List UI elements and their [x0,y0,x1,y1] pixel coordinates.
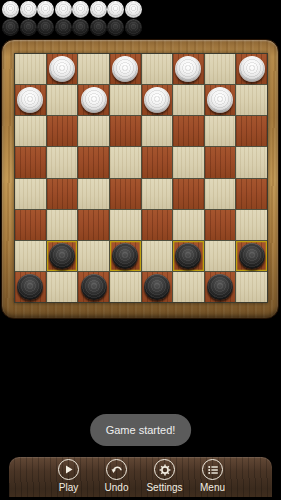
white-piece[interactable] [17,87,43,113]
square-e3[interactable] [142,210,173,240]
square-c4[interactable] [78,179,109,209]
square-a3[interactable] [15,210,46,240]
square-b4[interactable] [47,179,78,209]
menu-icon [202,459,223,480]
white-piece[interactable] [144,87,170,113]
tray-black-piece [90,19,107,36]
square-b5[interactable] [47,147,78,177]
settings-button-label: Settings [146,482,182,493]
square-b2[interactable] [47,241,78,271]
square-c3[interactable] [78,210,109,240]
square-c1[interactable] [78,272,109,302]
white-pieces-tray [2,1,142,18]
square-f3[interactable] [173,210,204,240]
square-e7[interactable] [142,85,173,115]
square-b1[interactable] [47,272,78,302]
square-a5[interactable] [15,147,46,177]
tray-black-piece [72,19,89,36]
square-c6[interactable] [78,116,109,146]
square-h3[interactable] [236,210,267,240]
square-c2[interactable] [78,241,109,271]
play-button-label: Play [59,482,78,493]
undo-icon [106,459,127,480]
app-screen: Game started! Play Undo [0,0,281,500]
square-a2[interactable] [15,241,46,271]
black-piece[interactable] [49,243,75,269]
square-c5[interactable] [78,147,109,177]
square-h4[interactable] [236,179,267,209]
white-piece[interactable] [112,56,138,82]
black-pieces-tray [2,19,142,36]
square-h2[interactable] [236,241,267,271]
black-piece[interactable] [81,274,107,300]
white-piece[interactable] [49,56,75,82]
square-b6[interactable] [47,116,78,146]
square-g7[interactable] [205,85,236,115]
square-f5[interactable] [173,147,204,177]
square-e5[interactable] [142,147,173,177]
black-piece[interactable] [239,243,265,269]
square-d8[interactable] [110,54,141,84]
tray-white-piece [2,1,19,18]
tray-white-piece [55,1,72,18]
square-f7[interactable] [173,85,204,115]
square-g6[interactable] [205,116,236,146]
square-d1[interactable] [110,272,141,302]
square-b3[interactable] [47,210,78,240]
square-d7[interactable] [110,85,141,115]
tray-black-piece [55,19,72,36]
tray-white-piece [125,1,142,18]
black-piece[interactable] [144,274,170,300]
square-f6[interactable] [173,116,204,146]
square-a4[interactable] [15,179,46,209]
toolbar: Play Undo [9,457,272,497]
undo-button-label: Undo [105,482,129,493]
tray-black-piece [37,19,54,36]
menu-button-label: Menu [200,482,225,493]
square-d4[interactable] [110,179,141,209]
black-piece[interactable] [112,243,138,269]
checkers-board [1,39,279,319]
tray-white-piece [20,1,37,18]
square-g1[interactable] [205,272,236,302]
square-a7[interactable] [15,85,46,115]
square-g3[interactable] [205,210,236,240]
square-h5[interactable] [236,147,267,177]
square-a6[interactable] [15,116,46,146]
square-h7[interactable] [236,85,267,115]
settings-button[interactable]: Settings [141,459,189,493]
square-g4[interactable] [205,179,236,209]
square-h6[interactable] [236,116,267,146]
tray-black-piece [20,19,37,36]
tray-black-piece [125,19,142,36]
square-d3[interactable] [110,210,141,240]
white-piece[interactable] [81,87,107,113]
tray-white-piece [72,1,89,18]
square-f2[interactable] [173,241,204,271]
square-g5[interactable] [205,147,236,177]
square-e1[interactable] [142,272,173,302]
square-d6[interactable] [110,116,141,146]
black-piece[interactable] [207,274,233,300]
tray-white-piece [107,1,124,18]
tray-black-piece [2,19,19,36]
square-f4[interactable] [173,179,204,209]
square-g2[interactable] [205,241,236,271]
white-piece[interactable] [239,56,265,82]
menu-button[interactable]: Menu [189,459,237,493]
square-h1[interactable] [236,272,267,302]
play-button[interactable]: Play [45,459,93,493]
square-g8[interactable] [205,54,236,84]
play-icon [58,459,79,480]
square-e8[interactable] [142,54,173,84]
board-grid [14,53,268,303]
square-h8[interactable] [236,54,267,84]
square-c7[interactable] [78,85,109,115]
tray-white-piece [90,1,107,18]
square-f8[interactable] [173,54,204,84]
black-piece[interactable] [175,243,201,269]
square-e2[interactable] [142,241,173,271]
undo-button[interactable]: Undo [93,459,141,493]
square-e4[interactable] [142,179,173,209]
white-piece[interactable] [175,56,201,82]
square-c8[interactable] [78,54,109,84]
settings-icon [154,459,175,480]
black-piece[interactable] [17,274,43,300]
square-b7[interactable] [47,85,78,115]
square-a1[interactable] [15,272,46,302]
white-piece[interactable] [207,87,233,113]
toast: Game started! [90,414,192,446]
square-d2[interactable] [110,241,141,271]
square-d5[interactable] [110,147,141,177]
square-b8[interactable] [47,54,78,84]
tray-black-piece [107,19,124,36]
square-a8[interactable] [15,54,46,84]
toast-text: Game started! [106,424,176,436]
square-f1[interactable] [173,272,204,302]
square-e6[interactable] [142,116,173,146]
tray-white-piece [37,1,54,18]
